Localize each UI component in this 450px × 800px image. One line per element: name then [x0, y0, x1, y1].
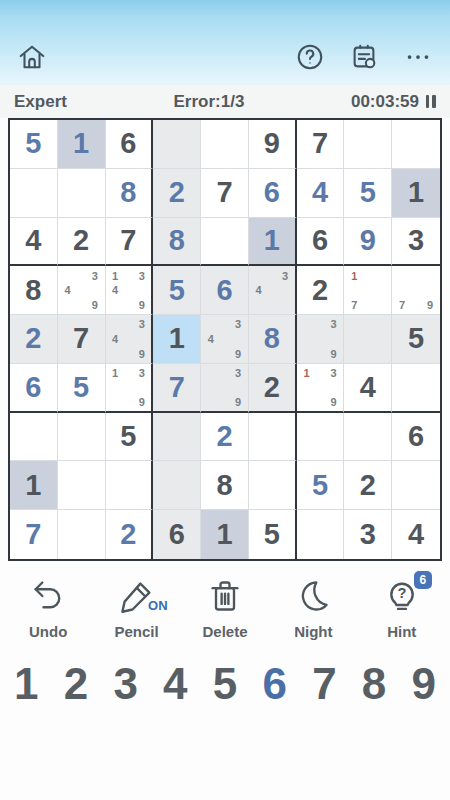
cell-r7c9[interactable]: 6 [392, 413, 440, 462]
given-digit: 8 [25, 274, 41, 307]
user-digit: 4 [312, 176, 328, 209]
cell-r5c6[interactable]: 8 [249, 315, 297, 364]
cell-r5c7[interactable]: 39 [297, 315, 345, 364]
numpad: 123456789 [0, 662, 450, 706]
cell-r8c6[interactable] [249, 461, 297, 510]
cell-r5c8[interactable] [344, 315, 392, 364]
cell-r4c7[interactable]: 2 [297, 266, 345, 315]
cell-r4c3[interactable]: 1349 [106, 266, 154, 315]
cell-r1c2[interactable]: 1 [58, 120, 106, 169]
pencil-marks: 349 [58, 266, 105, 314]
pencil-marks: 349 [201, 315, 248, 363]
cell-r5c9[interactable]: 5 [392, 315, 440, 364]
cell-r3c5[interactable] [201, 218, 249, 267]
given-digit: 2 [73, 224, 89, 257]
user-digit: 5 [25, 127, 41, 160]
given-digit: 3 [360, 518, 376, 551]
cell-r7c5[interactable]: 2 [201, 413, 249, 462]
cell-r9c3[interactable]: 2 [106, 510, 154, 559]
pencil-on-badge: ON [148, 598, 168, 613]
pause-icon[interactable] [426, 95, 436, 108]
cell-r3c8[interactable]: 9 [344, 218, 392, 267]
cell-r4c8[interactable]: 17 [344, 266, 392, 315]
timer-value: 00:03:59 [351, 92, 419, 112]
cell-r4c1[interactable]: 8 [10, 266, 58, 315]
night-button[interactable]: Night [269, 577, 357, 640]
cell-r6c2[interactable]: 5 [58, 364, 106, 413]
cell-r7c3[interactable]: 5 [106, 413, 154, 462]
undo-button[interactable]: Undo [4, 577, 92, 640]
svg-text:?: ? [397, 585, 406, 601]
hint-button[interactable]: ? 6 Hint [358, 577, 446, 640]
cell-r5c2[interactable]: 7 [58, 315, 106, 364]
toolbar: Undo ON Pencil Delete [0, 577, 450, 640]
user-digit: 8 [120, 176, 136, 209]
cell-r3c4[interactable]: 8 [153, 218, 201, 267]
cell-r7c2[interactable] [58, 413, 106, 462]
hint-count-badge: 6 [414, 571, 432, 589]
cell-r9c1[interactable]: 7 [10, 510, 58, 559]
sudoku-board: 5169782764514278169383491349563421779273… [8, 118, 442, 561]
undo-icon [29, 577, 67, 615]
cell-r9c6[interactable]: 5 [249, 510, 297, 559]
help-icon[interactable] [294, 41, 326, 73]
cell-r6c7[interactable]: 139 [297, 364, 345, 413]
user-digit: 6 [264, 176, 280, 209]
given-digit: 2 [312, 274, 328, 307]
user-digit: 5 [360, 176, 376, 209]
cell-r6c9[interactable] [392, 364, 440, 413]
cell-r2c1[interactable] [10, 169, 58, 218]
cell-r9c4[interactable]: 6 [153, 510, 201, 559]
cell-r4c2[interactable]: 349 [58, 266, 106, 315]
night-label: Night [294, 623, 332, 640]
cell-r1c3[interactable]: 6 [106, 120, 154, 169]
cell-r2c2[interactable] [58, 169, 106, 218]
pencil-marks: 17 [344, 266, 391, 314]
cell-r9c2[interactable] [58, 510, 106, 559]
given-digit: 1 [216, 518, 232, 551]
user-digit: 2 [216, 420, 232, 453]
given-digit: 7 [120, 224, 136, 257]
delete-button[interactable]: Delete [181, 577, 269, 640]
user-digit: 7 [169, 371, 185, 404]
cell-r1c4[interactable] [153, 120, 201, 169]
user-digit: 2 [25, 322, 41, 355]
cell-r2c8[interactable]: 5 [344, 169, 392, 218]
cell-r8c2[interactable] [58, 461, 106, 510]
numpad-key-6[interactable]: 6 [262, 662, 286, 706]
user-digit: 5 [73, 371, 89, 404]
cell-r6c6[interactable]: 2 [249, 364, 297, 413]
cell-r8c4[interactable] [153, 461, 201, 510]
given-digit: 1 [408, 176, 424, 209]
cell-r7c6[interactable] [249, 413, 297, 462]
cell-r8c1[interactable]: 1 [10, 461, 58, 510]
cell-r4c9[interactable]: 79 [392, 266, 440, 315]
user-digit: 6 [216, 274, 232, 307]
cell-r8c3[interactable] [106, 461, 154, 510]
user-digit: 8 [264, 322, 280, 355]
cell-r5c5[interactable]: 349 [201, 315, 249, 364]
given-digit: 5 [120, 420, 136, 453]
numpad-key-8[interactable]: 8 [362, 662, 386, 706]
pencil-marks: 349 [106, 315, 152, 363]
cell-r1c1[interactable]: 5 [10, 120, 58, 169]
given-digit: 4 [360, 371, 376, 404]
cell-r7c4[interactable] [153, 413, 201, 462]
cell-r9c5[interactable]: 1 [201, 510, 249, 559]
hint-label: Hint [387, 623, 416, 640]
given-digit: 1 [25, 469, 41, 502]
given-digit: 7 [312, 127, 328, 160]
user-digit: 8 [169, 224, 185, 257]
user-digit: 6 [25, 371, 41, 404]
timer: 00:03:59 [351, 92, 436, 112]
cell-r8c7[interactable]: 5 [297, 461, 345, 510]
given-digit: 5 [264, 518, 280, 551]
numpad-key-5[interactable]: 5 [213, 662, 237, 706]
cell-r1c5[interactable] [201, 120, 249, 169]
pencil-label: Pencil [114, 623, 158, 640]
more-icon[interactable] [402, 41, 434, 73]
board-wrap: 5169782764514278169383491349563421779273… [0, 118, 450, 561]
cell-r6c4[interactable]: 7 [153, 364, 201, 413]
numpad-key-3[interactable]: 3 [113, 662, 137, 706]
numpad-key-1[interactable]: 1 [14, 662, 38, 706]
cell-r7c1[interactable] [10, 413, 58, 462]
cell-r2c7[interactable]: 4 [297, 169, 345, 218]
cell-r5c4[interactable]: 1 [153, 315, 201, 364]
bulb-icon: ? 6 [383, 577, 421, 615]
given-digit: 6 [120, 127, 136, 160]
cell-r2c3[interactable]: 8 [106, 169, 154, 218]
cell-r4c5[interactable]: 6 [201, 266, 249, 315]
given-digit: 6 [408, 420, 424, 453]
daily-note-icon[interactable] [348, 41, 380, 73]
cell-r9c8[interactable]: 3 [344, 510, 392, 559]
cell-r1c7[interactable]: 7 [297, 120, 345, 169]
header-actions [294, 41, 434, 73]
cell-r3c3[interactable]: 7 [106, 218, 154, 267]
cell-r8c9[interactable] [392, 461, 440, 510]
cell-r5c3[interactable]: 349 [106, 315, 154, 364]
user-digit: 9 [360, 224, 376, 257]
cell-r7c7[interactable] [297, 413, 345, 462]
home-icon[interactable] [16, 41, 48, 73]
cell-r4c4[interactable]: 5 [153, 266, 201, 315]
cell-r5c1[interactable]: 2 [10, 315, 58, 364]
given-digit: 8 [216, 469, 232, 502]
given-digit: 2 [360, 469, 376, 502]
trash-icon [206, 577, 244, 615]
pencil-icon: ON [118, 577, 156, 615]
cell-r3c1[interactable]: 4 [10, 218, 58, 267]
given-digit: 4 [25, 224, 41, 257]
cell-r8c5[interactable]: 8 [201, 461, 249, 510]
pencil-marks: 39 [297, 315, 344, 363]
pencil-marks: 1349 [106, 266, 152, 314]
cell-r3c9[interactable]: 3 [392, 218, 440, 267]
given-digit: 7 [73, 322, 89, 355]
cell-r1c6[interactable]: 9 [249, 120, 297, 169]
numpad-key-4[interactable]: 4 [163, 662, 187, 706]
given-digit: 6 [169, 518, 185, 551]
given-digit: 5 [408, 322, 424, 355]
cell-r2c6[interactable]: 6 [249, 169, 297, 218]
delete-label: Delete [202, 623, 247, 640]
cell-r9c7[interactable] [297, 510, 345, 559]
cell-r9c9[interactable]: 4 [392, 510, 440, 559]
cell-r3c6[interactable]: 1 [249, 218, 297, 267]
user-digit: 7 [25, 518, 41, 551]
difficulty-label: Expert [14, 92, 67, 112]
cell-r8c8[interactable]: 2 [344, 461, 392, 510]
cell-r7c8[interactable] [344, 413, 392, 462]
status-bar: Expert Error:1/3 00:03:59 [0, 85, 450, 118]
cell-r6c5[interactable]: 39 [201, 364, 249, 413]
cell-r2c5[interactable]: 7 [201, 169, 249, 218]
cell-r4c6[interactable]: 34 [249, 266, 297, 315]
numpad-key-9[interactable]: 9 [412, 662, 436, 706]
pencil-marks: 139 [106, 364, 152, 411]
numpad-key-7[interactable]: 7 [312, 662, 336, 706]
cell-r1c8[interactable] [344, 120, 392, 169]
cell-r6c1[interactable]: 6 [10, 364, 58, 413]
user-digit: 1 [264, 224, 280, 257]
user-digit: 1 [73, 127, 89, 160]
given-digit: 6 [312, 224, 328, 257]
user-digit: 5 [169, 274, 185, 307]
given-digit: 3 [408, 224, 424, 257]
user-digit: 5 [312, 469, 328, 502]
cell-r6c3[interactable]: 139 [106, 364, 154, 413]
cell-r6c8[interactable]: 4 [344, 364, 392, 413]
given-digit: 2 [264, 371, 280, 404]
moon-icon [294, 577, 332, 615]
numpad-key-2[interactable]: 2 [64, 662, 88, 706]
top-header [0, 0, 450, 85]
given-digit: 7 [216, 176, 232, 209]
pencil-button[interactable]: ON Pencil [93, 577, 181, 640]
given-digit: 9 [264, 127, 280, 160]
sudoku-app: Expert Error:1/3 00:03:59 51697827645142… [0, 0, 450, 800]
cell-r3c7[interactable]: 6 [297, 218, 345, 267]
cell-r2c9[interactable]: 1 [392, 169, 440, 218]
pencil-marks: 34 [249, 266, 295, 314]
given-digit: 4 [408, 518, 424, 551]
pencil-marks: 79 [392, 266, 440, 314]
user-digit: 2 [120, 518, 136, 551]
pencil-marks: 39 [201, 364, 248, 411]
cell-r1c9[interactable] [392, 120, 440, 169]
user-digit: 2 [169, 176, 185, 209]
error-counter: Error:1/3 [173, 92, 244, 112]
given-digit: 1 [169, 322, 185, 355]
cell-r3c2[interactable]: 2 [58, 218, 106, 267]
pencil-marks: 139 [297, 364, 344, 411]
undo-label: Undo [29, 623, 67, 640]
cell-r2c4[interactable]: 2 [153, 169, 201, 218]
